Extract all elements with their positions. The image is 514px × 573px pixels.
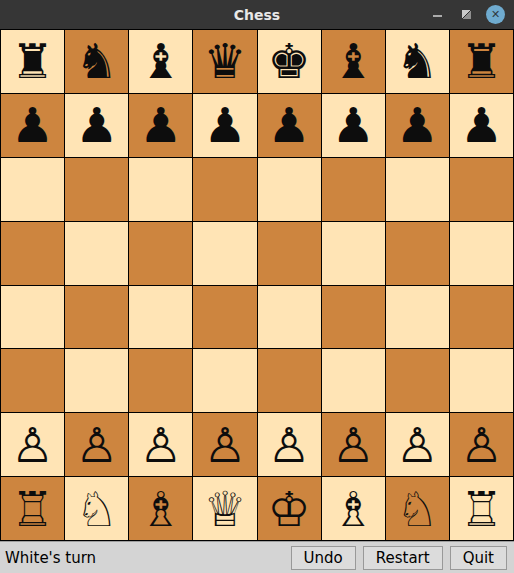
piece-white-rook: ♖ <box>11 485 54 533</box>
square-f3[interactable] <box>322 349 385 412</box>
piece-white-pawn: ♙ <box>75 421 118 469</box>
titlebar-buttons: ✕ <box>428 5 514 24</box>
square-d2[interactable]: ♙ <box>193 413 256 476</box>
quit-button[interactable]: Quit <box>450 546 507 570</box>
square-c8[interactable]: ♝ <box>129 30 192 93</box>
piece-black-pawn: ♟ <box>203 101 246 149</box>
square-a1[interactable]: ♖ <box>1 477 64 540</box>
square-e7[interactable]: ♟ <box>258 94 321 157</box>
square-d4[interactable] <box>193 286 256 349</box>
square-g7[interactable]: ♟ <box>386 94 449 157</box>
square-h5[interactable] <box>450 222 513 285</box>
square-c4[interactable] <box>129 286 192 349</box>
square-b4[interactable] <box>65 286 128 349</box>
square-a4[interactable] <box>1 286 64 349</box>
square-f2[interactable]: ♙ <box>322 413 385 476</box>
restart-button[interactable]: Restart <box>363 546 443 570</box>
square-b3[interactable] <box>65 349 128 412</box>
square-b5[interactable] <box>65 222 128 285</box>
square-a2[interactable]: ♙ <box>1 413 64 476</box>
square-e2[interactable]: ♙ <box>258 413 321 476</box>
square-a6[interactable] <box>1 158 64 221</box>
piece-black-pawn: ♟ <box>460 101 503 149</box>
square-a7[interactable]: ♟ <box>1 94 64 157</box>
piece-white-bishop: ♗ <box>332 485 375 533</box>
piece-black-pawn: ♟ <box>396 101 439 149</box>
square-e5[interactable] <box>258 222 321 285</box>
restore-icon <box>462 10 471 19</box>
piece-white-rook: ♖ <box>460 485 503 533</box>
square-d6[interactable] <box>193 158 256 221</box>
square-a5[interactable] <box>1 222 64 285</box>
piece-black-bishop: ♝ <box>332 37 375 85</box>
minimize-icon <box>433 15 442 17</box>
piece-white-pawn: ♙ <box>203 421 246 469</box>
square-b2[interactable]: ♙ <box>65 413 128 476</box>
piece-black-pawn: ♟ <box>139 101 182 149</box>
square-b6[interactable] <box>65 158 128 221</box>
square-f5[interactable] <box>322 222 385 285</box>
square-g5[interactable] <box>386 222 449 285</box>
square-e6[interactable] <box>258 158 321 221</box>
piece-white-pawn: ♙ <box>139 421 182 469</box>
square-g3[interactable] <box>386 349 449 412</box>
square-g6[interactable] <box>386 158 449 221</box>
square-a3[interactable] <box>1 349 64 412</box>
square-g1[interactable]: ♘ <box>386 477 449 540</box>
restore-button[interactable] <box>457 5 475 24</box>
square-d8[interactable]: ♛ <box>193 30 256 93</box>
piece-white-pawn: ♙ <box>332 421 375 469</box>
square-a8[interactable]: ♜ <box>1 30 64 93</box>
square-e1[interactable]: ♔ <box>258 477 321 540</box>
minimize-button[interactable] <box>428 5 446 24</box>
piece-black-king: ♚ <box>268 37 311 85</box>
square-h1[interactable]: ♖ <box>450 477 513 540</box>
square-c1[interactable]: ♗ <box>129 477 192 540</box>
square-c7[interactable]: ♟ <box>129 94 192 157</box>
square-h2[interactable]: ♙ <box>450 413 513 476</box>
square-d5[interactable] <box>193 222 256 285</box>
statusbar: White's turn Undo Restart Quit <box>0 541 514 573</box>
piece-black-rook: ♜ <box>11 37 54 85</box>
square-f1[interactable]: ♗ <box>322 477 385 540</box>
piece-black-pawn: ♟ <box>268 101 311 149</box>
square-h6[interactable] <box>450 158 513 221</box>
piece-black-queen: ♛ <box>203 37 246 85</box>
square-h7[interactable]: ♟ <box>450 94 513 157</box>
square-d3[interactable] <box>193 349 256 412</box>
square-c6[interactable] <box>129 158 192 221</box>
square-f8[interactable]: ♝ <box>322 30 385 93</box>
undo-button[interactable]: Undo <box>291 546 356 570</box>
piece-white-pawn: ♙ <box>11 421 54 469</box>
close-icon: ✕ <box>491 9 500 20</box>
square-d7[interactable]: ♟ <box>193 94 256 157</box>
square-b1[interactable]: ♘ <box>65 477 128 540</box>
square-h4[interactable] <box>450 286 513 349</box>
square-e4[interactable] <box>258 286 321 349</box>
piece-black-knight: ♞ <box>75 37 118 85</box>
square-f7[interactable]: ♟ <box>322 94 385 157</box>
square-g4[interactable] <box>386 286 449 349</box>
piece-black-pawn: ♟ <box>332 101 375 149</box>
chess-window: Chess ✕ ♜♞♝♛♚♝♞♜♟♟♟♟♟♟♟♟♙♙♙♙♙♙♙♙♖♘♗♕♔♗♘♖… <box>0 0 514 573</box>
close-button[interactable]: ✕ <box>486 5 505 24</box>
square-h8[interactable]: ♜ <box>450 30 513 93</box>
piece-black-knight: ♞ <box>396 37 439 85</box>
piece-white-pawn: ♙ <box>396 421 439 469</box>
piece-white-pawn: ♙ <box>268 421 311 469</box>
square-d1[interactable]: ♕ <box>193 477 256 540</box>
piece-white-queen: ♕ <box>203 485 246 533</box>
statusbar-buttons: Undo Restart Quit <box>291 546 507 570</box>
piece-white-knight: ♘ <box>396 485 439 533</box>
piece-white-bishop: ♗ <box>139 485 182 533</box>
square-h3[interactable] <box>450 349 513 412</box>
piece-white-knight: ♘ <box>75 485 118 533</box>
square-g8[interactable]: ♞ <box>386 30 449 93</box>
square-c5[interactable] <box>129 222 192 285</box>
square-b7[interactable]: ♟ <box>65 94 128 157</box>
piece-black-pawn: ♟ <box>11 101 54 149</box>
turn-status: White's turn <box>5 549 96 567</box>
square-e8[interactable]: ♚ <box>258 30 321 93</box>
square-f4[interactable] <box>322 286 385 349</box>
piece-white-king: ♔ <box>268 485 311 533</box>
square-g2[interactable]: ♙ <box>386 413 449 476</box>
piece-black-bishop: ♝ <box>139 37 182 85</box>
square-c3[interactable] <box>129 349 192 412</box>
piece-white-pawn: ♙ <box>460 421 503 469</box>
square-f6[interactable] <box>322 158 385 221</box>
square-c2[interactable]: ♙ <box>129 413 192 476</box>
chess-board: ♜♞♝♛♚♝♞♜♟♟♟♟♟♟♟♟♙♙♙♙♙♙♙♙♖♘♗♕♔♗♘♖ <box>0 29 514 541</box>
piece-black-pawn: ♟ <box>75 101 118 149</box>
titlebar[interactable]: Chess ✕ <box>0 0 514 29</box>
piece-black-rook: ♜ <box>460 37 503 85</box>
square-b8[interactable]: ♞ <box>65 30 128 93</box>
square-e3[interactable] <box>258 349 321 412</box>
